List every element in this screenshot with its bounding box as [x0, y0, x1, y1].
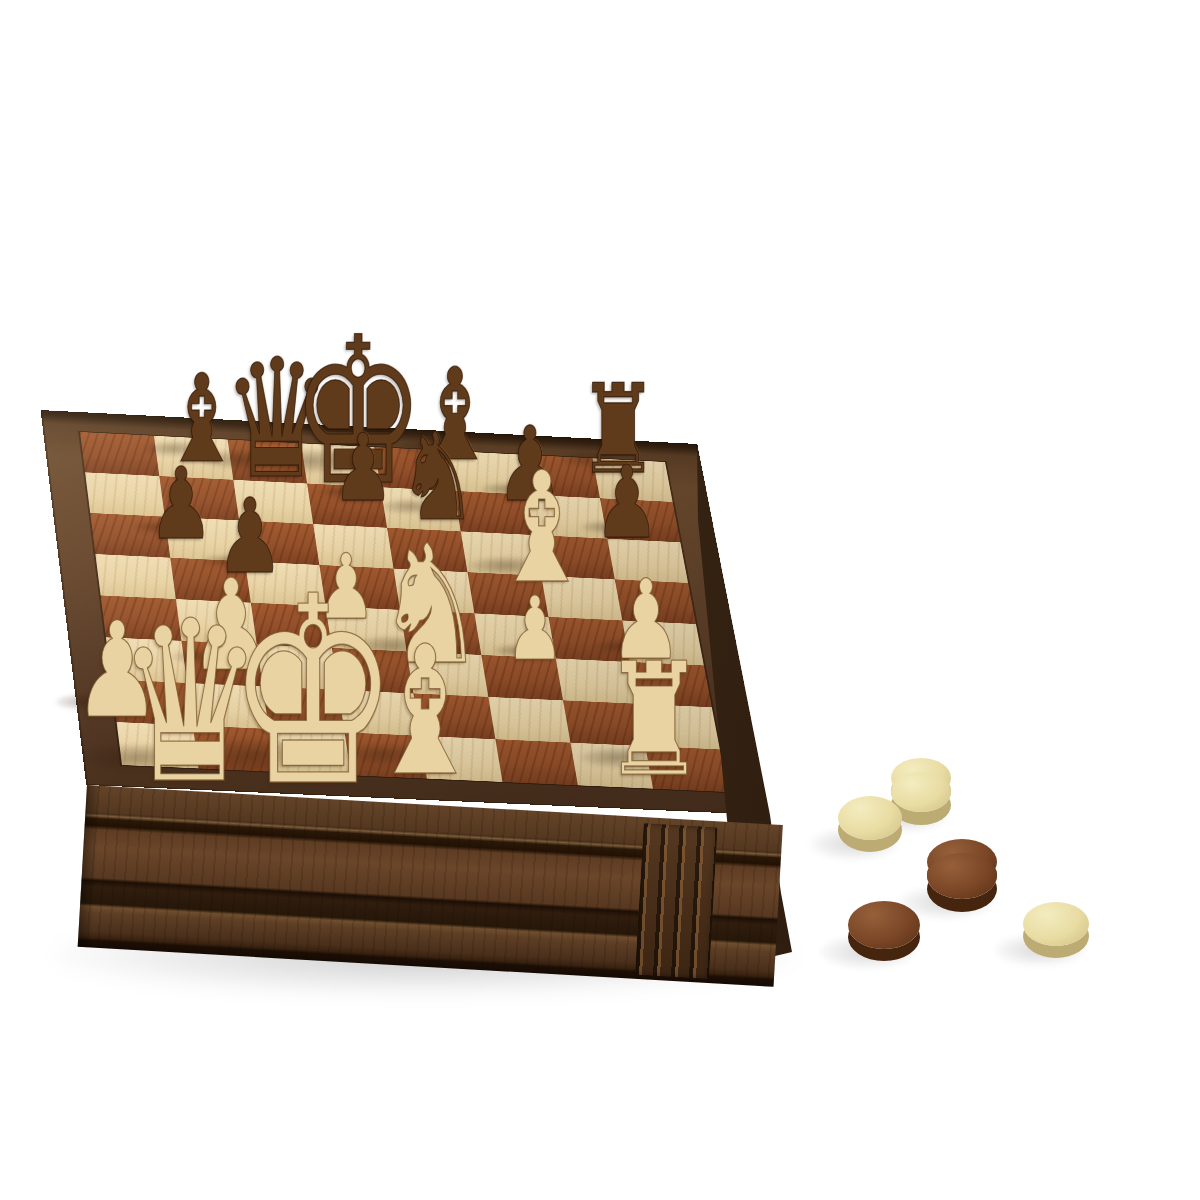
checkers-layer [0, 0, 1200, 1200]
checker-brown[interactable] [848, 901, 920, 949]
checker-brown-bottom[interactable] [927, 853, 997, 899]
product-photo-scene: ♝♛♚♝♜♞♟♟♟♟♟♝♞♟♟♟♟♟♝♛♚♜ [0, 0, 1200, 1200]
checker-cream[interactable] [838, 796, 902, 840]
checker-cream[interactable] [1023, 902, 1089, 946]
checker-cream-bottom[interactable] [891, 772, 951, 812]
